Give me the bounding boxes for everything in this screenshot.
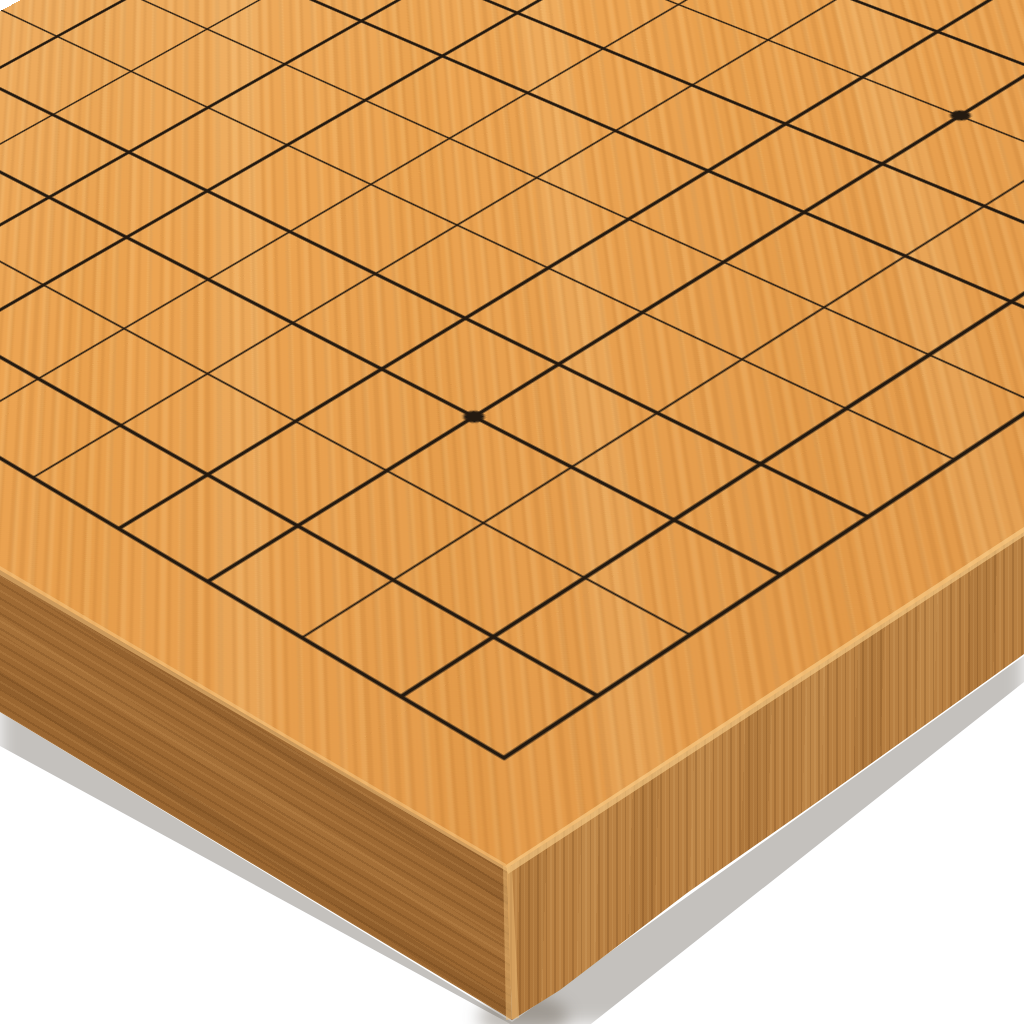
grid-line-col-4 [0,93,784,577]
grid-line-col-10 [293,0,1024,245]
grid-line-col-3 [0,136,694,637]
grid-line-col-8 [149,0,1024,351]
grid-line-col-12 [432,0,1024,143]
grid-line-col-6 [0,10,958,462]
goban-top-surface [0,0,1024,995]
go-board-photo [0,0,1024,1024]
grid-line-col-5 [0,51,872,519]
grid-line-row-6 [30,0,1024,480]
grid-line-row-7 [0,0,1024,431]
grid-line-row-9 [0,0,976,340]
grid-line-col-7 [75,0,1024,406]
grid-line-col-13 [500,0,1024,94]
